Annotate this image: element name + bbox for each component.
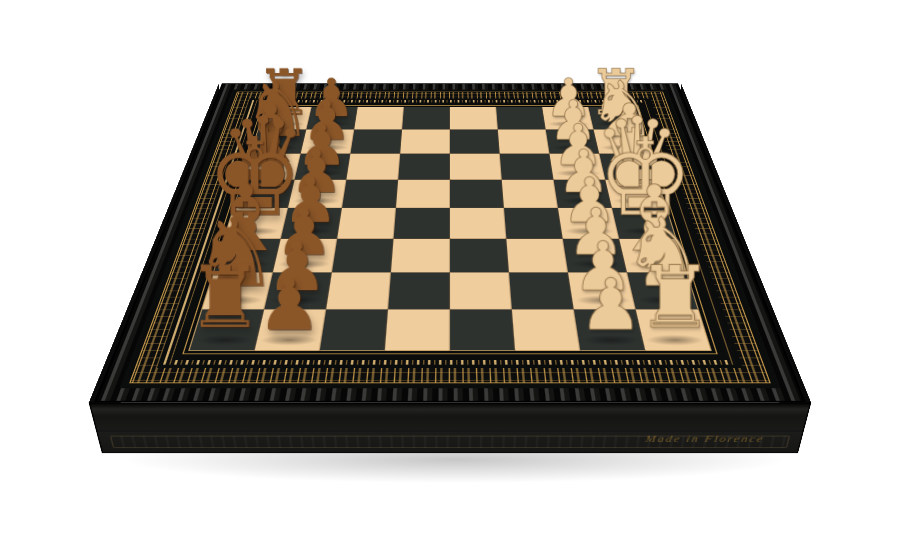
chess-case: ♜♟♟♜♞♟♟♞♝♟♟♝♛♟♟♛♚♟♟♚♝♟♟♝♞♟♟♞♜♟♟♜ Made in… bbox=[94, 83, 806, 402]
made-in-florence-label: Made in Florence bbox=[645, 434, 766, 444]
chess-piece[interactable]: ♜ bbox=[637, 254, 714, 340]
chess-piece[interactable]: ♟ bbox=[257, 268, 321, 339]
chess-piece[interactable]: ♜ bbox=[187, 254, 264, 340]
photo-stage: ♜♟♟♜♞♟♟♞♝♟♟♝♛♟♟♛♚♟♟♚♝♟♟♝♞♟♟♞♜♟♟♜ Made in… bbox=[0, 0, 900, 534]
scene: ♜♟♟♜♞♟♟♞♝♟♟♝♛♟♟♛♚♟♟♚♝♟♟♝♞♟♟♞♜♟♟♜ Made in… bbox=[0, 0, 900, 534]
case-front-face: Made in Florence bbox=[89, 403, 812, 454]
chess-piece[interactable]: ♟ bbox=[579, 268, 643, 339]
